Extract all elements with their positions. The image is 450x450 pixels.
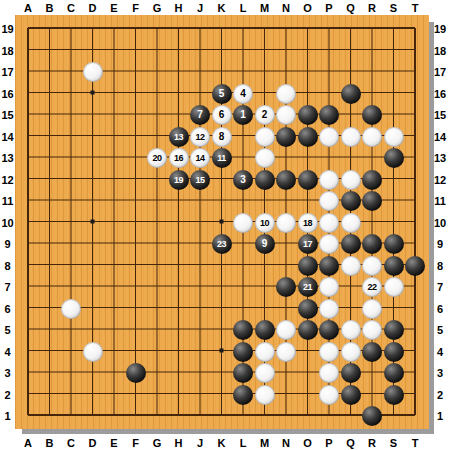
coord-label-top-F: F (127, 1, 145, 15)
coord-label-top-J: J (191, 1, 209, 15)
coord-label-left-10: 10 (0, 216, 15, 230)
white-stone-P6 (319, 299, 339, 319)
coord-label-left-1: 1 (0, 409, 15, 423)
black-stone-N14 (276, 127, 296, 147)
black-stone-K9: 23 (212, 234, 232, 254)
coord-label-bottom-N: N (277, 436, 295, 450)
coord-label-top-T: T (406, 1, 424, 15)
black-stone-T8 (405, 256, 425, 276)
coord-label-bottom-J: J (191, 436, 209, 450)
coord-label-left-5: 5 (0, 323, 15, 337)
coord-label-right-13: 13 (431, 151, 449, 165)
coord-label-right-10: 10 (431, 216, 449, 230)
white-stone-N15 (276, 105, 296, 125)
coord-label-left-3: 3 (0, 366, 15, 380)
white-stone-D17 (83, 62, 103, 82)
coord-label-left-16: 16 (0, 87, 15, 101)
coord-label-left-9: 9 (0, 237, 15, 251)
coord-label-top-R: R (363, 1, 381, 15)
black-stone-H14: 13 (169, 127, 189, 147)
coord-label-top-G: G (148, 1, 166, 15)
coord-label-top-D: D (84, 1, 102, 15)
move-number-10: 10 (260, 213, 269, 233)
coord-label-right-16: 16 (431, 87, 449, 101)
coord-label-top-E: E (105, 1, 123, 15)
black-stone-O8 (298, 256, 318, 276)
coord-label-right-11: 11 (431, 194, 449, 208)
coord-label-right-14: 14 (431, 130, 449, 144)
move-number-8: 8 (219, 127, 224, 147)
black-stone-O15 (298, 105, 318, 125)
coord-label-top-B: B (41, 1, 59, 15)
coord-label-right-2: 2 (431, 388, 449, 402)
white-stone-O10: 18 (298, 213, 318, 233)
coord-label-top-S: S (385, 1, 403, 15)
coord-label-left-18: 18 (0, 44, 15, 58)
coord-label-right-5: 5 (431, 323, 449, 337)
coord-label-left-2: 2 (0, 388, 15, 402)
black-stone-R12 (362, 170, 382, 190)
coord-label-right-12: 12 (431, 173, 449, 187)
coord-label-right-7: 7 (431, 280, 449, 294)
coord-label-right-18: 18 (431, 44, 449, 58)
white-stone-M2 (255, 385, 275, 405)
white-stone-C6 (61, 299, 81, 319)
black-stone-S5 (384, 320, 404, 340)
move-number-18: 18 (303, 213, 312, 233)
black-stone-S4 (384, 342, 404, 362)
white-stone-M4 (255, 342, 275, 362)
white-stone-M14 (255, 127, 275, 147)
white-stone-Q14 (341, 127, 361, 147)
white-stone-M15: 2 (255, 105, 275, 125)
black-stone-S8 (384, 256, 404, 276)
black-stone-O12 (298, 170, 318, 190)
coord-label-bottom-S: S (385, 436, 403, 450)
white-stone-M13 (255, 148, 275, 168)
move-number-5: 5 (219, 84, 224, 104)
white-stone-P12 (319, 170, 339, 190)
black-stone-L4 (233, 342, 253, 362)
black-stone-Q3 (341, 363, 361, 383)
white-stone-M10: 10 (255, 213, 275, 233)
black-stone-R1 (362, 406, 382, 426)
move-number-12: 12 (196, 127, 205, 147)
coord-label-left-6: 6 (0, 302, 15, 316)
coord-label-bottom-D: D (84, 436, 102, 450)
black-stone-M5 (255, 320, 275, 340)
white-stone-P9 (319, 234, 339, 254)
white-stone-D4 (83, 342, 103, 362)
white-stone-L16: 4 (233, 84, 253, 104)
black-stone-L12: 3 (233, 170, 253, 190)
move-number-9: 9 (262, 234, 267, 254)
coord-label-left-15: 15 (0, 108, 15, 122)
white-stone-Q5 (341, 320, 361, 340)
coord-label-right-1: 1 (431, 409, 449, 423)
white-stone-P10 (319, 213, 339, 233)
white-stone-G13: 20 (147, 148, 167, 168)
go-board[interactable] (15, 15, 429, 429)
coord-label-left-19: 19 (0, 22, 15, 36)
coord-label-bottom-C: C (62, 436, 80, 450)
white-stone-Q8 (341, 256, 361, 276)
coord-label-left-12: 12 (0, 173, 15, 187)
coord-label-top-C: C (62, 1, 80, 15)
black-stone-Q11 (341, 191, 361, 211)
coord-label-top-P: P (320, 1, 338, 15)
move-number-21: 21 (303, 277, 312, 297)
black-stone-O14 (298, 127, 318, 147)
move-number-6: 6 (219, 105, 224, 125)
coord-label-right-6: 6 (431, 302, 449, 316)
black-stone-Q16 (341, 84, 361, 104)
black-stone-Q9 (341, 234, 361, 254)
coord-label-top-Q: Q (342, 1, 360, 15)
white-stone-R7: 22 (362, 277, 382, 297)
move-number-23: 23 (217, 234, 226, 254)
black-stone-L3 (233, 363, 253, 383)
coord-label-top-A: A (19, 1, 37, 15)
coord-label-bottom-H: H (170, 436, 188, 450)
black-stone-M9: 9 (255, 234, 275, 254)
black-stone-R4 (362, 342, 382, 362)
black-stone-S3 (384, 363, 404, 383)
move-number-22: 22 (368, 277, 377, 297)
move-number-15: 15 (196, 170, 205, 190)
white-stone-K15: 6 (212, 105, 232, 125)
white-stone-N16 (276, 84, 296, 104)
coord-label-right-8: 8 (431, 259, 449, 273)
black-stone-R15 (362, 105, 382, 125)
coord-label-right-17: 17 (431, 65, 449, 79)
star-point-K4 (220, 349, 224, 353)
black-stone-L15: 1 (233, 105, 253, 125)
white-stone-S7 (384, 277, 404, 297)
move-number-2: 2 (262, 105, 267, 125)
move-number-19: 19 (174, 170, 183, 190)
coord-label-bottom-K: K (213, 436, 231, 450)
black-stone-R11 (362, 191, 382, 211)
white-stone-P7 (319, 277, 339, 297)
black-stone-P15 (319, 105, 339, 125)
black-stone-L5 (233, 320, 253, 340)
white-stone-Q12 (341, 170, 361, 190)
coord-label-bottom-O: O (299, 436, 317, 450)
white-stone-N10 (276, 213, 296, 233)
white-stone-L10 (233, 213, 253, 233)
black-stone-O5 (298, 320, 318, 340)
white-stone-K14: 8 (212, 127, 232, 147)
move-number-20: 20 (153, 148, 162, 168)
black-stone-Q2 (341, 385, 361, 405)
white-stone-Q10 (341, 213, 361, 233)
go-diagram-screen: AABBCCDDEEFFGGHHJJKKLLMMNNOOPPQQRRSSTT19… (0, 0, 450, 450)
black-stone-N12 (276, 170, 296, 190)
white-stone-R6 (362, 299, 382, 319)
move-number-11: 11 (217, 148, 225, 168)
black-stone-P5 (319, 320, 339, 340)
move-number-1: 1 (240, 105, 245, 125)
coord-label-bottom-A: A (19, 436, 37, 450)
black-stone-K13: 11 (212, 148, 232, 168)
white-stone-P3 (319, 363, 339, 383)
black-stone-S13 (384, 148, 404, 168)
coord-label-top-H: H (170, 1, 188, 15)
black-stone-O7: 21 (298, 277, 318, 297)
white-stone-P2 (319, 385, 339, 405)
black-stone-K16: 5 (212, 84, 232, 104)
move-number-14: 14 (196, 148, 205, 168)
white-stone-M3 (255, 363, 275, 383)
white-stone-S14 (384, 127, 404, 147)
move-number-4: 4 (240, 84, 245, 104)
coord-label-right-15: 15 (431, 108, 449, 122)
white-stone-R5 (362, 320, 382, 340)
coord-label-bottom-M: M (256, 436, 274, 450)
coord-label-bottom-Q: Q (342, 436, 360, 450)
coord-label-right-9: 9 (431, 237, 449, 251)
coord-label-left-11: 11 (0, 194, 15, 208)
black-stone-P8 (319, 256, 339, 276)
coord-label-bottom-T: T (406, 436, 424, 450)
coord-label-left-13: 13 (0, 151, 15, 165)
coord-label-bottom-P: P (320, 436, 338, 450)
coord-label-bottom-F: F (127, 436, 145, 450)
coord-label-bottom-L: L (234, 436, 252, 450)
coord-label-top-N: N (277, 1, 295, 15)
black-stone-O6 (298, 299, 318, 319)
coord-label-left-4: 4 (0, 345, 15, 359)
black-stone-J12: 15 (190, 170, 210, 190)
white-stone-R8 (362, 256, 382, 276)
black-stone-S9 (384, 234, 404, 254)
coord-label-left-14: 14 (0, 130, 15, 144)
coord-label-top-O: O (299, 1, 317, 15)
white-stone-R14 (362, 127, 382, 147)
black-stone-O9: 17 (298, 234, 318, 254)
move-number-13: 13 (174, 127, 183, 147)
board-grid (15, 15, 429, 429)
coord-label-left-8: 8 (0, 259, 15, 273)
white-stone-J13: 14 (190, 148, 210, 168)
black-stone-M12 (255, 170, 275, 190)
move-number-17: 17 (303, 234, 312, 254)
coord-label-top-M: M (256, 1, 274, 15)
white-stone-P14 (319, 127, 339, 147)
white-stone-H13: 16 (169, 148, 189, 168)
coord-label-top-K: K (213, 1, 231, 15)
coord-label-right-3: 3 (431, 366, 449, 380)
coord-label-bottom-G: G (148, 436, 166, 450)
black-stone-L2 (233, 385, 253, 405)
white-stone-P11 (319, 191, 339, 211)
coord-label-top-L: L (234, 1, 252, 15)
black-stone-J15: 7 (190, 105, 210, 125)
move-number-3: 3 (240, 170, 245, 190)
coord-label-right-4: 4 (431, 345, 449, 359)
coord-label-left-7: 7 (0, 280, 15, 294)
star-point-D10 (91, 220, 95, 224)
black-stone-N7 (276, 277, 296, 297)
coord-label-left-17: 17 (0, 65, 15, 79)
white-stone-P4 (319, 342, 339, 362)
black-stone-H12: 19 (169, 170, 189, 190)
white-stone-J14: 12 (190, 127, 210, 147)
coord-label-bottom-B: B (41, 436, 59, 450)
star-point-D16 (91, 91, 95, 95)
white-stone-N4 (276, 342, 296, 362)
black-stone-R9 (362, 234, 382, 254)
coord-label-bottom-E: E (105, 436, 123, 450)
move-number-7: 7 (197, 105, 202, 125)
white-stone-N5 (276, 320, 296, 340)
coord-label-right-19: 19 (431, 22, 449, 36)
black-stone-F3 (126, 363, 146, 383)
black-stone-S2 (384, 385, 404, 405)
move-number-16: 16 (174, 148, 183, 168)
coord-label-bottom-R: R (363, 436, 381, 450)
white-stone-Q4 (341, 342, 361, 362)
star-point-K10 (220, 220, 224, 224)
